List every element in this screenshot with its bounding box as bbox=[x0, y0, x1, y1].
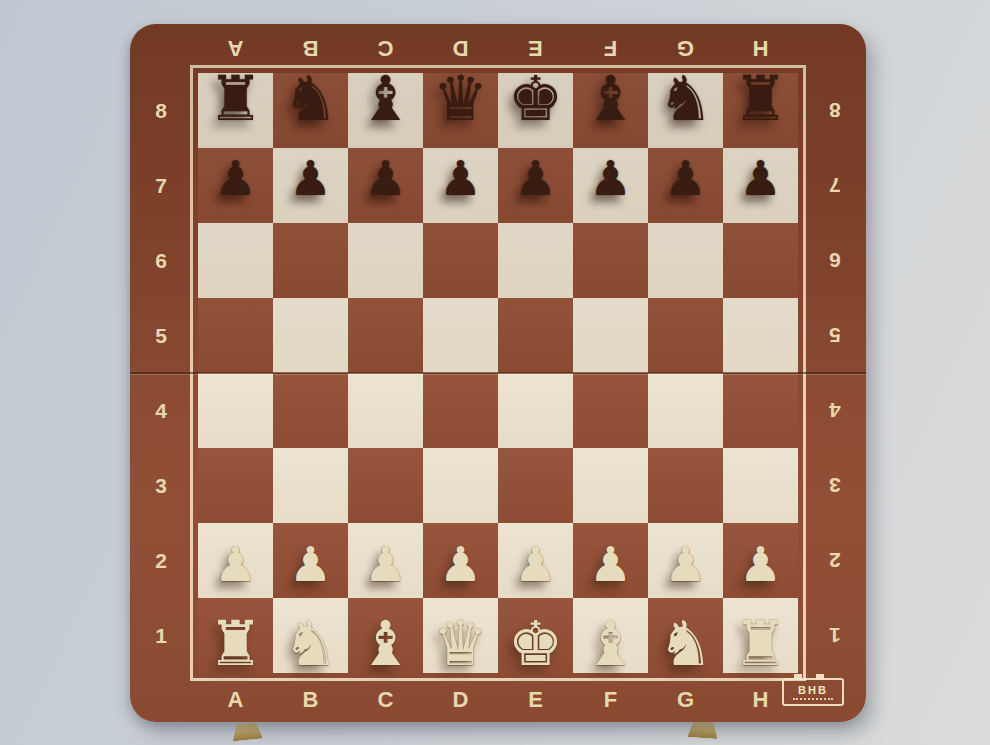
square-b6 bbox=[273, 223, 348, 298]
piece-black-pawn: ♟ bbox=[364, 154, 407, 202]
file-label-bottom-g: G bbox=[648, 684, 723, 716]
file-label-top-f: F bbox=[573, 32, 648, 64]
rank-label-right-3: 3 bbox=[806, 448, 864, 523]
piece-white-pawn: ♟ bbox=[739, 540, 782, 588]
square-a3 bbox=[198, 448, 273, 523]
piece-white-bishop: ♝ bbox=[358, 613, 414, 675]
bhb-logo-text: BHB bbox=[798, 685, 828, 696]
piece-black-pawn: ♟ bbox=[664, 154, 707, 202]
file-label-top-h: H bbox=[723, 32, 798, 64]
square-c6 bbox=[348, 223, 423, 298]
square-d7: ♟ bbox=[423, 148, 498, 223]
square-d4 bbox=[423, 373, 498, 448]
rank-labels-right: 87654321 bbox=[806, 73, 864, 673]
file-label-bottom-c: C bbox=[348, 684, 423, 716]
piece-white-rook: ♜ bbox=[733, 613, 789, 675]
square-e6 bbox=[498, 223, 573, 298]
square-h8: ♜ bbox=[723, 73, 798, 148]
rank-label-left-1: 1 bbox=[132, 598, 190, 673]
square-h3 bbox=[723, 448, 798, 523]
file-label-top-c: C bbox=[348, 32, 423, 64]
square-b8: ♞ bbox=[273, 73, 348, 148]
square-g4 bbox=[648, 373, 723, 448]
square-d5 bbox=[423, 298, 498, 373]
square-d1: ♛ bbox=[423, 598, 498, 673]
square-g5 bbox=[648, 298, 723, 373]
file-label-bottom-e: E bbox=[498, 684, 573, 716]
rank-label-left-6: 6 bbox=[132, 223, 190, 298]
rank-labels-left: 87654321 bbox=[132, 73, 190, 673]
piece-white-pawn: ♟ bbox=[589, 540, 632, 588]
rank-label-right-8: 8 bbox=[806, 73, 864, 148]
rank-label-left-8: 8 bbox=[132, 73, 190, 148]
piece-white-rook: ♜ bbox=[208, 613, 264, 675]
piece-white-knight: ♞ bbox=[658, 613, 714, 675]
bhb-logo-subline bbox=[793, 698, 834, 700]
piece-white-knight: ♞ bbox=[283, 613, 339, 675]
square-c8: ♝ bbox=[348, 73, 423, 148]
square-a7: ♟ bbox=[198, 148, 273, 223]
square-c7: ♟ bbox=[348, 148, 423, 223]
file-label-top-b: B bbox=[273, 32, 348, 64]
square-d8: ♛ bbox=[423, 73, 498, 148]
square-h1: ♜ bbox=[723, 598, 798, 673]
square-g2: ♟ bbox=[648, 523, 723, 598]
square-d6 bbox=[423, 223, 498, 298]
piece-black-pawn: ♟ bbox=[214, 154, 257, 202]
square-c3 bbox=[348, 448, 423, 523]
piece-white-pawn: ♟ bbox=[289, 540, 332, 588]
square-b1: ♞ bbox=[273, 598, 348, 673]
rank-label-right-4: 4 bbox=[806, 373, 864, 448]
file-labels-bottom: ABCDEFGH bbox=[198, 684, 798, 716]
piece-black-pawn: ♟ bbox=[589, 154, 632, 202]
piece-white-pawn: ♟ bbox=[514, 540, 557, 588]
brass-hinge-icon bbox=[687, 720, 718, 739]
square-g7: ♟ bbox=[648, 148, 723, 223]
square-e8: ♚ bbox=[498, 73, 573, 148]
square-a6 bbox=[198, 223, 273, 298]
file-label-bottom-d: D bbox=[423, 684, 498, 716]
square-g6 bbox=[648, 223, 723, 298]
piece-black-queen: ♛ bbox=[433, 68, 489, 130]
square-d2: ♟ bbox=[423, 523, 498, 598]
square-h7: ♟ bbox=[723, 148, 798, 223]
square-e5 bbox=[498, 298, 573, 373]
piece-white-pawn: ♟ bbox=[214, 540, 257, 588]
square-h2: ♟ bbox=[723, 523, 798, 598]
square-b7: ♟ bbox=[273, 148, 348, 223]
rank-label-right-6: 6 bbox=[806, 223, 864, 298]
piece-black-pawn: ♟ bbox=[439, 154, 482, 202]
piece-white-pawn: ♟ bbox=[364, 540, 407, 588]
piece-black-pawn: ♟ bbox=[514, 154, 557, 202]
piece-black-knight: ♞ bbox=[283, 68, 339, 130]
piece-black-pawn: ♟ bbox=[739, 154, 782, 202]
square-b4 bbox=[273, 373, 348, 448]
square-a2: ♟ bbox=[198, 523, 273, 598]
rank-label-left-2: 2 bbox=[132, 523, 190, 598]
square-d3 bbox=[423, 448, 498, 523]
rank-label-left-5: 5 bbox=[132, 298, 190, 373]
piece-black-rook: ♜ bbox=[733, 68, 789, 130]
square-g1: ♞ bbox=[648, 598, 723, 673]
file-label-top-e: E bbox=[498, 32, 573, 64]
piece-white-queen: ♛ bbox=[433, 613, 489, 675]
square-c5 bbox=[348, 298, 423, 373]
file-label-top-d: D bbox=[423, 32, 498, 64]
square-g3 bbox=[648, 448, 723, 523]
square-g8: ♞ bbox=[648, 73, 723, 148]
square-f7: ♟ bbox=[573, 148, 648, 223]
square-f4 bbox=[573, 373, 648, 448]
piece-black-bishop: ♝ bbox=[358, 68, 414, 130]
rank-label-left-3: 3 bbox=[132, 448, 190, 523]
square-a8: ♜ bbox=[198, 73, 273, 148]
rank-label-right-2: 2 bbox=[806, 523, 864, 598]
piece-black-bishop: ♝ bbox=[583, 68, 639, 130]
square-b2: ♟ bbox=[273, 523, 348, 598]
piece-black-king: ♚ bbox=[508, 68, 564, 130]
piece-black-knight: ♞ bbox=[658, 68, 714, 130]
bhb-logo: BHB bbox=[782, 678, 844, 706]
square-f5 bbox=[573, 298, 648, 373]
square-a5 bbox=[198, 298, 273, 373]
rank-label-right-5: 5 bbox=[806, 298, 864, 373]
square-e2: ♟ bbox=[498, 523, 573, 598]
rank-label-right-7: 7 bbox=[806, 148, 864, 223]
square-h4 bbox=[723, 373, 798, 448]
file-label-bottom-b: B bbox=[273, 684, 348, 716]
piece-white-pawn: ♟ bbox=[664, 540, 707, 588]
square-h6 bbox=[723, 223, 798, 298]
piece-white-bishop: ♝ bbox=[583, 613, 639, 675]
square-c4 bbox=[348, 373, 423, 448]
file-label-top-g: G bbox=[648, 32, 723, 64]
square-c1: ♝ bbox=[348, 598, 423, 673]
square-e1: ♚ bbox=[498, 598, 573, 673]
square-c2: ♟ bbox=[348, 523, 423, 598]
square-b3 bbox=[273, 448, 348, 523]
square-e4 bbox=[498, 373, 573, 448]
file-label-top-a: A bbox=[198, 32, 273, 64]
square-a1: ♜ bbox=[198, 598, 273, 673]
square-e3 bbox=[498, 448, 573, 523]
square-b5 bbox=[273, 298, 348, 373]
rank-label-left-4: 4 bbox=[132, 373, 190, 448]
square-f8: ♝ bbox=[573, 73, 648, 148]
photo-background: { "game": "chess", "position": { "fen": … bbox=[0, 0, 990, 745]
piece-white-king: ♚ bbox=[508, 613, 564, 675]
chess-board: ABCDEFGH ABCDEFGH 87654321 87654321 ♜♞♝♛… bbox=[130, 24, 866, 722]
square-f1: ♝ bbox=[573, 598, 648, 673]
piece-black-pawn: ♟ bbox=[289, 154, 332, 202]
board-grid: ♜♞♝♛♚♝♞♜♟♟♟♟♟♟♟♟♟♟♟♟♟♟♟♟♜♞♝♛♚♝♞♜ bbox=[198, 73, 798, 673]
file-label-bottom-f: F bbox=[573, 684, 648, 716]
piece-black-rook: ♜ bbox=[208, 68, 264, 130]
brass-hinge-icon bbox=[231, 721, 263, 741]
square-h5 bbox=[723, 298, 798, 373]
rank-label-left-7: 7 bbox=[132, 148, 190, 223]
square-a4 bbox=[198, 373, 273, 448]
square-e7: ♟ bbox=[498, 148, 573, 223]
piece-white-pawn: ♟ bbox=[439, 540, 482, 588]
file-labels-top: ABCDEFGH bbox=[198, 32, 798, 64]
square-f3 bbox=[573, 448, 648, 523]
square-f6 bbox=[573, 223, 648, 298]
file-label-bottom-a: A bbox=[198, 684, 273, 716]
rank-label-right-1: 1 bbox=[806, 598, 864, 673]
square-f2: ♟ bbox=[573, 523, 648, 598]
